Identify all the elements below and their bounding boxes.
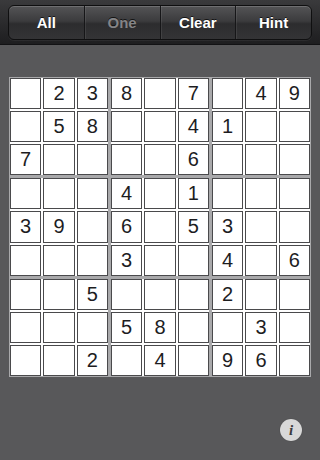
cell-r2c2[interactable]: 5 [43,111,74,142]
cell-r3c6[interactable]: 6 [178,144,209,175]
box-2: 8746 [111,78,209,175]
cell-r7c9[interactable] [279,279,310,310]
clear-button[interactable]: Clear [160,6,236,39]
cell-r7c1[interactable] [10,279,41,310]
cell-r9c8[interactable]: 6 [245,345,276,376]
box-9: 2396 [212,279,310,376]
cell-r9c3[interactable]: 2 [77,345,108,376]
cell-r4c9[interactable] [279,178,310,209]
cell-r6c8[interactable] [245,245,276,276]
cell-r4c2[interactable] [43,178,74,209]
cell-r1c3[interactable]: 3 [77,78,108,109]
cell-r8c7[interactable] [212,312,243,343]
cell-r4c5[interactable] [144,178,175,209]
cell-r6c9[interactable]: 6 [279,245,310,276]
box-1: 23587 [10,78,108,175]
cell-r9c2[interactable] [43,345,74,376]
cell-r3c5[interactable] [144,144,175,175]
cell-r1c7[interactable] [212,78,243,109]
hint-button[interactable]: Hint [235,6,311,39]
cell-r5c4[interactable]: 6 [111,211,142,242]
cell-r9c9[interactable] [279,345,310,376]
cell-r3c4[interactable] [111,144,142,175]
cell-r7c4[interactable] [111,279,142,310]
cell-r7c8[interactable] [245,279,276,310]
box-8: 584 [111,279,209,376]
cell-r1c2[interactable]: 2 [43,78,74,109]
cell-r6c5[interactable] [144,245,175,276]
cell-r1c6[interactable]: 7 [178,78,209,109]
cell-r3c3[interactable] [77,144,108,175]
cell-r4c7[interactable] [212,178,243,209]
cell-r9c4[interactable] [111,345,142,376]
cell-r6c3[interactable] [77,245,108,276]
box-4: 39 [10,178,108,275]
cell-r6c1[interactable] [10,245,41,276]
info-button[interactable]: i [280,419,302,441]
cell-r8c9[interactable] [279,312,310,343]
cell-r5c8[interactable] [245,211,276,242]
cell-r4c1[interactable] [10,178,41,209]
cell-r4c3[interactable] [77,178,108,209]
cell-r8c8[interactable]: 3 [245,312,276,343]
cell-r5c6[interactable]: 5 [178,211,209,242]
cell-r8c4[interactable]: 5 [111,312,142,343]
cell-r5c9[interactable] [279,211,310,242]
cell-r9c7[interactable]: 9 [212,345,243,376]
all-button[interactable]: All [9,6,84,39]
box-5: 41653 [111,178,209,275]
cell-r4c6[interactable]: 1 [178,178,209,209]
cell-r6c6[interactable] [178,245,209,276]
cell-r1c1[interactable] [10,78,41,109]
cell-r8c1[interactable] [10,312,41,343]
one-button[interactable]: One [84,6,160,39]
cell-r2c6[interactable]: 4 [178,111,209,142]
cell-r4c8[interactable] [245,178,276,209]
cell-r2c1[interactable] [10,111,41,142]
info-icon: i [289,422,293,439]
cell-r2c5[interactable] [144,111,175,142]
cell-r3c2[interactable] [43,144,74,175]
cell-r3c7[interactable] [212,144,243,175]
box-6: 346 [212,178,310,275]
cell-r3c1[interactable]: 7 [10,144,41,175]
cell-r8c2[interactable] [43,312,74,343]
cell-r5c5[interactable] [144,211,175,242]
cell-r5c2[interactable]: 9 [43,211,74,242]
cell-r7c3[interactable]: 5 [77,279,108,310]
cell-r7c6[interactable] [178,279,209,310]
cell-r9c6[interactable] [178,345,209,376]
cell-r1c5[interactable] [144,78,175,109]
cell-r2c3[interactable]: 8 [77,111,108,142]
cell-r1c4[interactable]: 8 [111,78,142,109]
top-toolbar: All One Clear Hint [0,0,320,45]
cell-r7c7[interactable]: 2 [212,279,243,310]
cell-r1c9[interactable]: 9 [279,78,310,109]
cell-r6c2[interactable] [43,245,74,276]
cell-r2c8[interactable] [245,111,276,142]
cell-r2c4[interactable] [111,111,142,142]
toolbar-segmented-control: All One Clear Hint [8,5,312,40]
box-7: 52 [10,279,108,376]
cell-r8c5[interactable]: 8 [144,312,175,343]
cell-r3c8[interactable] [245,144,276,175]
box-3: 491 [212,78,310,175]
cell-r2c9[interactable] [279,111,310,142]
cell-r7c5[interactable] [144,279,175,310]
cell-r6c4[interactable]: 3 [111,245,142,276]
cell-r9c1[interactable] [10,345,41,376]
cell-r2c7[interactable]: 1 [212,111,243,142]
sudoku-board: 2358787464913941653346525842396 [9,77,311,377]
cell-r7c2[interactable] [43,279,74,310]
cell-r9c5[interactable]: 4 [144,345,175,376]
cell-r5c1[interactable]: 3 [10,211,41,242]
cell-r1c8[interactable]: 4 [245,78,276,109]
cell-r4c4[interactable]: 4 [111,178,142,209]
cell-r8c6[interactable] [178,312,209,343]
cell-r5c3[interactable] [77,211,108,242]
cell-r5c7[interactable]: 3 [212,211,243,242]
cell-r8c3[interactable] [77,312,108,343]
cell-r6c7[interactable]: 4 [212,245,243,276]
cell-r3c9[interactable] [279,144,310,175]
